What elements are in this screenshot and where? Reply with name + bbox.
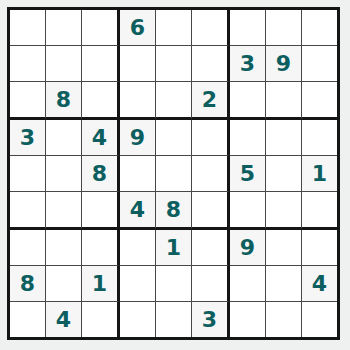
sudoku-cell-r8c4[interactable]	[120, 266, 156, 302]
sudoku-cell-r2c6[interactable]	[192, 46, 230, 82]
sudoku-cell-r8c3[interactable]: 1	[82, 266, 120, 302]
sudoku-cell-r2c2[interactable]	[46, 46, 82, 82]
sudoku-cell-r7c7[interactable]: 9	[230, 230, 266, 266]
sudoku-cell-r6c1[interactable]	[10, 192, 46, 230]
sudoku-cell-r8c9[interactable]: 4	[302, 266, 337, 302]
sudoku-cell-r6c9[interactable]	[302, 192, 337, 230]
sudoku-cell-r3c9[interactable]	[302, 82, 337, 120]
sudoku-cell-r1c8[interactable]	[266, 10, 302, 46]
sudoku-cell-r7c2[interactable]	[46, 230, 82, 266]
sudoku-cell-r2c5[interactable]	[156, 46, 192, 82]
sudoku-cell-r2c3[interactable]	[82, 46, 120, 82]
sudoku-cell-r6c3[interactable]	[82, 192, 120, 230]
sudoku-cell-r7c9[interactable]	[302, 230, 337, 266]
sudoku-cell-r9c3[interactable]	[82, 302, 120, 337]
sudoku-board: 63982349851481981443	[7, 7, 340, 340]
sudoku-cell-r8c2[interactable]	[46, 266, 82, 302]
sudoku-cell-r1c9[interactable]	[302, 10, 337, 46]
sudoku-cell-r4c1[interactable]: 3	[10, 120, 46, 156]
sudoku-cell-r7c1[interactable]	[10, 230, 46, 266]
sudoku-cell-r2c1[interactable]	[10, 46, 46, 82]
sudoku-cell-r9c6[interactable]: 3	[192, 302, 230, 337]
sudoku-cell-r8c6[interactable]	[192, 266, 230, 302]
sudoku-cell-r6c8[interactable]	[266, 192, 302, 230]
sudoku-cell-r5c7[interactable]: 5	[230, 156, 266, 192]
sudoku-cell-r2c7[interactable]: 3	[230, 46, 266, 82]
sudoku-cell-r7c6[interactable]	[192, 230, 230, 266]
sudoku-cell-r5c8[interactable]	[266, 156, 302, 192]
sudoku-cell-r9c5[interactable]	[156, 302, 192, 337]
sudoku-cell-r5c2[interactable]	[46, 156, 82, 192]
sudoku-cell-r8c1[interactable]: 8	[10, 266, 46, 302]
sudoku-cell-r7c3[interactable]	[82, 230, 120, 266]
sudoku-cell-r6c7[interactable]	[230, 192, 266, 230]
sudoku-cell-r9c8[interactable]	[266, 302, 302, 337]
sudoku-cell-r6c2[interactable]	[46, 192, 82, 230]
sudoku-cell-r5c5[interactable]	[156, 156, 192, 192]
sudoku-cell-r4c7[interactable]	[230, 120, 266, 156]
sudoku-cell-r9c4[interactable]	[120, 302, 156, 337]
sudoku-cell-r2c8[interactable]: 9	[266, 46, 302, 82]
sudoku-cell-r9c7[interactable]	[230, 302, 266, 337]
sudoku-cell-r4c4[interactable]: 9	[120, 120, 156, 156]
sudoku-cell-r5c6[interactable]	[192, 156, 230, 192]
sudoku-cell-r6c5[interactable]: 8	[156, 192, 192, 230]
sudoku-cell-r1c7[interactable]	[230, 10, 266, 46]
sudoku-cell-r3c2[interactable]: 8	[46, 82, 82, 120]
sudoku-cell-r5c4[interactable]	[120, 156, 156, 192]
sudoku-cell-r3c5[interactable]	[156, 82, 192, 120]
sudoku-cell-r9c1[interactable]	[10, 302, 46, 337]
sudoku-cell-r3c6[interactable]: 2	[192, 82, 230, 120]
sudoku-cell-r5c9[interactable]: 1	[302, 156, 337, 192]
sudoku-cell-r1c1[interactable]	[10, 10, 46, 46]
sudoku-cell-r3c3[interactable]	[82, 82, 120, 120]
sudoku-cell-r4c8[interactable]	[266, 120, 302, 156]
sudoku-cell-r5c3[interactable]: 8	[82, 156, 120, 192]
sudoku-cell-r7c8[interactable]	[266, 230, 302, 266]
sudoku-cell-r9c9[interactable]	[302, 302, 337, 337]
sudoku-cell-r1c6[interactable]	[192, 10, 230, 46]
sudoku-cell-r7c4[interactable]	[120, 230, 156, 266]
sudoku-cell-r3c7[interactable]	[230, 82, 266, 120]
sudoku-cell-r4c2[interactable]	[46, 120, 82, 156]
sudoku-cell-r2c4[interactable]	[120, 46, 156, 82]
sudoku-cell-r3c4[interactable]	[120, 82, 156, 120]
sudoku-cell-r6c4[interactable]: 4	[120, 192, 156, 230]
sudoku-cell-r8c8[interactable]	[266, 266, 302, 302]
sudoku-cell-r3c8[interactable]	[266, 82, 302, 120]
sudoku-cell-r4c5[interactable]	[156, 120, 192, 156]
sudoku-cell-r6c6[interactable]	[192, 192, 230, 230]
sudoku-cell-r1c3[interactable]	[82, 10, 120, 46]
sudoku-cell-r1c4[interactable]: 6	[120, 10, 156, 46]
sudoku-cell-r5c1[interactable]	[10, 156, 46, 192]
sudoku-cell-r4c6[interactable]	[192, 120, 230, 156]
sudoku-cell-r2c9[interactable]	[302, 46, 337, 82]
sudoku-cell-r1c2[interactable]	[46, 10, 82, 46]
sudoku-cell-r1c5[interactable]	[156, 10, 192, 46]
sudoku-cell-r8c5[interactable]	[156, 266, 192, 302]
sudoku-cell-r4c9[interactable]	[302, 120, 337, 156]
sudoku-cell-r4c3[interactable]: 4	[82, 120, 120, 156]
sudoku-cell-r8c7[interactable]	[230, 266, 266, 302]
sudoku-cell-r9c2[interactable]: 4	[46, 302, 82, 337]
sudoku-cell-r3c1[interactable]	[10, 82, 46, 120]
sudoku-cell-r7c5[interactable]: 1	[156, 230, 192, 266]
